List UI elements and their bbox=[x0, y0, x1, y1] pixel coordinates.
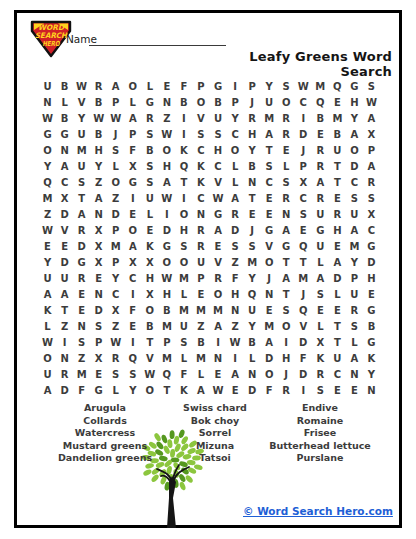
grid-cell[interactable]: U bbox=[209, 111, 226, 127]
grid-cell[interactable]: E bbox=[329, 95, 346, 111]
grid-cell[interactable]: T bbox=[73, 191, 90, 207]
grid-cell[interactable]: S bbox=[141, 127, 158, 143]
grid-cell[interactable]: V bbox=[295, 318, 312, 334]
grid-cell[interactable]: J bbox=[107, 127, 124, 143]
grid-cell[interactable]: K bbox=[363, 350, 380, 366]
grid-cell[interactable]: Z bbox=[73, 350, 90, 366]
grid-cell[interactable]: T bbox=[244, 191, 261, 207]
grid-cell[interactable]: R bbox=[141, 111, 158, 127]
grid-cell[interactable]: C bbox=[124, 270, 141, 286]
grid-cell[interactable]: T bbox=[295, 254, 312, 270]
grid-cell[interactable]: P bbox=[107, 223, 124, 239]
grid-cell[interactable]: I bbox=[124, 334, 141, 350]
grid-cell[interactable]: E bbox=[329, 382, 346, 398]
grid-cell[interactable]: C bbox=[192, 191, 209, 207]
grid-cell[interactable]: R bbox=[227, 207, 244, 223]
grid-cell[interactable]: Y bbox=[261, 79, 278, 95]
grid-cell[interactable]: A bbox=[124, 111, 141, 127]
grid-cell[interactable]: W bbox=[90, 111, 107, 127]
grid-cell[interactable]: P bbox=[192, 270, 209, 286]
grid-cell[interactable]: I bbox=[56, 334, 73, 350]
grid-cell[interactable]: A bbox=[261, 334, 278, 350]
grid-cell[interactable]: A bbox=[192, 382, 209, 398]
grid-cell[interactable]: T bbox=[56, 302, 73, 318]
grid-cell[interactable]: B bbox=[329, 127, 346, 143]
grid-cell[interactable]: Y bbox=[244, 270, 261, 286]
grid-cell[interactable]: G bbox=[90, 382, 107, 398]
grid-cell[interactable]: I bbox=[209, 334, 226, 350]
grid-cell[interactable]: G bbox=[124, 175, 141, 191]
grid-cell[interactable]: I bbox=[295, 382, 312, 398]
grid-cell[interactable]: R bbox=[312, 191, 329, 207]
grid-cell[interactable]: M bbox=[175, 270, 192, 286]
grid-cell[interactable]: Y bbox=[244, 318, 261, 334]
grid-cell[interactable]: A bbox=[158, 175, 175, 191]
grid-cell[interactable]: S bbox=[346, 191, 363, 207]
grid-cell[interactable]: M bbox=[346, 238, 363, 254]
grid-cell[interactable]: U bbox=[175, 318, 192, 334]
grid-cell[interactable]: M bbox=[261, 111, 278, 127]
grid-cell[interactable]: Z bbox=[39, 207, 56, 223]
grid-cell[interactable]: S bbox=[107, 366, 124, 382]
grid-cell[interactable]: R bbox=[56, 366, 73, 382]
grid-cell[interactable]: N bbox=[209, 350, 226, 366]
grid-cell[interactable]: G bbox=[346, 79, 363, 95]
grid-cell[interactable]: D bbox=[56, 207, 73, 223]
grid-cell[interactable]: D bbox=[227, 223, 244, 239]
grid-cell[interactable]: T bbox=[278, 286, 295, 302]
grid-cell[interactable]: S bbox=[312, 286, 329, 302]
grid-cell[interactable]: G bbox=[209, 79, 226, 95]
grid-cell[interactable]: P bbox=[244, 79, 261, 95]
grid-cell[interactable]: Y bbox=[39, 159, 56, 175]
grid-cell[interactable]: Q bbox=[39, 175, 56, 191]
grid-cell[interactable]: D bbox=[329, 270, 346, 286]
grid-cell[interactable]: E bbox=[90, 366, 107, 382]
grid-cell[interactable]: O bbox=[175, 207, 192, 223]
grid-cell[interactable]: P bbox=[346, 270, 363, 286]
grid-cell[interactable]: P bbox=[192, 79, 209, 95]
grid-cell[interactable]: J bbox=[295, 143, 312, 159]
grid-cell[interactable]: N bbox=[261, 286, 278, 302]
grid-cell[interactable]: Q bbox=[295, 302, 312, 318]
grid-cell[interactable]: M bbox=[158, 318, 175, 334]
grid-cell[interactable]: L bbox=[227, 175, 244, 191]
grid-cell[interactable]: B bbox=[90, 95, 107, 111]
grid-cell[interactable]: E bbox=[56, 238, 73, 254]
grid-cell[interactable]: V bbox=[209, 175, 226, 191]
grid-cell[interactable]: O bbox=[278, 318, 295, 334]
grid-cell[interactable]: W bbox=[158, 270, 175, 286]
grid-cell[interactable]: A bbox=[278, 270, 295, 286]
grid-cell[interactable]: C bbox=[295, 95, 312, 111]
grid-cell[interactable]: A bbox=[261, 127, 278, 143]
grid-cell[interactable]: I bbox=[227, 350, 244, 366]
grid-cell[interactable]: L bbox=[124, 95, 141, 111]
grid-cell[interactable]: C bbox=[209, 159, 226, 175]
grid-cell[interactable]: M bbox=[312, 79, 329, 95]
grid-cell[interactable]: W bbox=[209, 191, 226, 207]
grid-cell[interactable]: O bbox=[141, 382, 158, 398]
grid-cell[interactable]: G bbox=[141, 95, 158, 111]
grid-cell[interactable]: D bbox=[295, 366, 312, 382]
grid-cell[interactable]: D bbox=[158, 223, 175, 239]
grid-cell[interactable]: L bbox=[141, 207, 158, 223]
grid-cell[interactable]: W bbox=[39, 334, 56, 350]
grid-cell[interactable]: V bbox=[192, 111, 209, 127]
grid-cell[interactable]: A bbox=[227, 191, 244, 207]
grid-cell[interactable]: P bbox=[363, 143, 380, 159]
grid-cell[interactable]: A bbox=[90, 191, 107, 207]
grid-cell[interactable]: C bbox=[192, 143, 209, 159]
grid-cell[interactable]: X bbox=[141, 286, 158, 302]
grid-cell[interactable]: Z bbox=[90, 175, 107, 191]
grid-cell[interactable]: C bbox=[227, 127, 244, 143]
grid-cell[interactable]: R bbox=[73, 270, 90, 286]
grid-cell[interactable]: V bbox=[56, 223, 73, 239]
grid-cell[interactable]: E bbox=[244, 207, 261, 223]
grid-cell[interactable]: T bbox=[141, 334, 158, 350]
grid-cell[interactable]: P bbox=[90, 334, 107, 350]
grid-cell[interactable]: W bbox=[107, 111, 124, 127]
grid-cell[interactable]: S bbox=[278, 79, 295, 95]
grid-cell[interactable]: S bbox=[312, 382, 329, 398]
grid-cell[interactable]: U bbox=[346, 207, 363, 223]
grid-cell[interactable]: U bbox=[56, 270, 73, 286]
grid-cell[interactable]: R bbox=[346, 302, 363, 318]
grid-cell[interactable]: A bbox=[312, 270, 329, 286]
grid-cell[interactable]: L bbox=[312, 254, 329, 270]
grid-cell[interactable]: G bbox=[363, 302, 380, 318]
grid-cell[interactable]: B bbox=[90, 127, 107, 143]
grid-cell[interactable]: R bbox=[312, 159, 329, 175]
grid-cell[interactable]: A bbox=[227, 366, 244, 382]
grid-cell[interactable]: L bbox=[192, 366, 209, 382]
grid-cell[interactable]: L bbox=[244, 350, 261, 366]
grid-cell[interactable]: N bbox=[90, 207, 107, 223]
grid-cell[interactable]: E bbox=[39, 238, 56, 254]
grid-cell[interactable]: B bbox=[141, 143, 158, 159]
grid-cell[interactable]: T bbox=[261, 143, 278, 159]
grid-cell[interactable]: Y bbox=[124, 382, 141, 398]
grid-cell[interactable]: E bbox=[329, 191, 346, 207]
grid-cell[interactable]: A bbox=[363, 111, 380, 127]
grid-cell[interactable]: A bbox=[56, 286, 73, 302]
grid-cell[interactable]: Y bbox=[107, 270, 124, 286]
grid-cell[interactable]: T bbox=[329, 175, 346, 191]
grid-cell[interactable]: E bbox=[312, 302, 329, 318]
grid-cell[interactable]: J bbox=[278, 366, 295, 382]
grid-cell[interactable]: Q bbox=[158, 366, 175, 382]
grid-cell[interactable]: E bbox=[346, 382, 363, 398]
grid-cell[interactable]: Q bbox=[175, 159, 192, 175]
grid-cell[interactable]: Z bbox=[56, 318, 73, 334]
grid-cell[interactable]: O bbox=[227, 143, 244, 159]
grid-cell[interactable]: P bbox=[158, 334, 175, 350]
grid-cell[interactable]: Y bbox=[363, 366, 380, 382]
grid-cell[interactable]: M bbox=[244, 254, 261, 270]
grid-cell[interactable]: W bbox=[73, 79, 90, 95]
grid-cell[interactable]: M bbox=[107, 238, 124, 254]
grid-cell[interactable]: A bbox=[209, 318, 226, 334]
grid-cell[interactable]: N bbox=[363, 382, 380, 398]
grid-cell[interactable]: E bbox=[227, 382, 244, 398]
grid-cell[interactable]: B bbox=[209, 95, 226, 111]
grid-cell[interactable]: D bbox=[295, 127, 312, 143]
grid-cell[interactable]: K bbox=[141, 238, 158, 254]
grid-cell[interactable]: G bbox=[73, 254, 90, 270]
grid-cell[interactable]: M bbox=[261, 318, 278, 334]
grid-cell[interactable]: O bbox=[261, 254, 278, 270]
grid-cell[interactable]: H bbox=[90, 143, 107, 159]
grid-cell[interactable]: B bbox=[56, 111, 73, 127]
grid-cell[interactable]: Z bbox=[192, 318, 209, 334]
grid-cell[interactable]: G bbox=[363, 334, 380, 350]
grid-cell[interactable]: B bbox=[141, 318, 158, 334]
grid-cell[interactable]: O bbox=[278, 95, 295, 111]
grid-cell[interactable]: U bbox=[39, 79, 56, 95]
grid-cell[interactable]: W bbox=[295, 79, 312, 95]
grid-cell[interactable]: U bbox=[261, 95, 278, 111]
grid-cell[interactable]: E bbox=[192, 286, 209, 302]
grid-cell[interactable]: B bbox=[312, 111, 329, 127]
grid-cell[interactable]: E bbox=[73, 302, 90, 318]
grid-cell[interactable]: K bbox=[192, 175, 209, 191]
grid-cell[interactable]: H bbox=[141, 270, 158, 286]
grid-cell[interactable]: X bbox=[90, 350, 107, 366]
grid-cell[interactable]: W bbox=[39, 223, 56, 239]
grid-cell[interactable]: Z bbox=[227, 318, 244, 334]
grid-cell[interactable]: K bbox=[175, 143, 192, 159]
grid-cell[interactable]: H bbox=[278, 350, 295, 366]
grid-cell[interactable]: S bbox=[73, 175, 90, 191]
grid-cell[interactable]: S bbox=[261, 159, 278, 175]
grid-cell[interactable]: U bbox=[346, 286, 363, 302]
grid-cell[interactable]: E bbox=[141, 223, 158, 239]
grid-cell[interactable]: S bbox=[209, 127, 226, 143]
grid-cell[interactable]: G bbox=[158, 238, 175, 254]
grid-cell[interactable]: U bbox=[39, 270, 56, 286]
grid-cell[interactable]: I bbox=[295, 111, 312, 127]
grid-cell[interactable]: X bbox=[363, 127, 380, 143]
grid-cell[interactable]: A bbox=[39, 286, 56, 302]
grid-cell[interactable]: C bbox=[295, 191, 312, 207]
grid-cell[interactable]: I bbox=[158, 207, 175, 223]
grid-cell[interactable]: O bbox=[39, 350, 56, 366]
grid-cell[interactable]: R bbox=[363, 175, 380, 191]
grid-cell[interactable]: F bbox=[261, 382, 278, 398]
grid-cell[interactable]: Z bbox=[227, 254, 244, 270]
grid-cell[interactable]: X bbox=[90, 238, 107, 254]
grid-cell[interactable]: W bbox=[141, 366, 158, 382]
grid-cell[interactable]: I bbox=[124, 286, 141, 302]
grid-cell[interactable]: H bbox=[158, 286, 175, 302]
grid-cell[interactable]: E bbox=[363, 286, 380, 302]
grid-cell[interactable]: D bbox=[363, 254, 380, 270]
grid-cell[interactable]: G bbox=[312, 223, 329, 239]
grid-cell[interactable]: L bbox=[175, 350, 192, 366]
grid-cell[interactable]: S bbox=[278, 175, 295, 191]
grid-cell[interactable]: N bbox=[278, 207, 295, 223]
grid-cell[interactable]: G bbox=[56, 127, 73, 143]
grid-cell[interactable]: J bbox=[295, 286, 312, 302]
grid-cell[interactable]: H bbox=[158, 159, 175, 175]
grid-cell[interactable]: O bbox=[209, 286, 226, 302]
grid-cell[interactable]: D bbox=[107, 207, 124, 223]
grid-cell[interactable]: S bbox=[141, 159, 158, 175]
grid-cell[interactable]: J bbox=[244, 95, 261, 111]
grid-cell[interactable]: T bbox=[329, 334, 346, 350]
grid-cell[interactable]: G bbox=[261, 223, 278, 239]
grid-cell[interactable]: X bbox=[124, 159, 141, 175]
grid-cell[interactable]: N bbox=[56, 143, 73, 159]
grid-cell[interactable]: Q bbox=[312, 95, 329, 111]
grid-cell[interactable]: U bbox=[73, 159, 90, 175]
grid-cell[interactable]: H bbox=[244, 127, 261, 143]
grid-cell[interactable]: G bbox=[363, 238, 380, 254]
grid-cell[interactable]: B bbox=[363, 318, 380, 334]
grid-cell[interactable]: P bbox=[107, 95, 124, 111]
grid-cell[interactable]: S bbox=[244, 238, 261, 254]
grid-cell[interactable]: M bbox=[73, 143, 90, 159]
grid-cell[interactable]: H bbox=[346, 95, 363, 111]
grid-cell[interactable]: E bbox=[124, 207, 141, 223]
grid-cell[interactable]: A bbox=[124, 238, 141, 254]
grid-cell[interactable]: D bbox=[244, 382, 261, 398]
grid-cell[interactable]: N bbox=[244, 175, 261, 191]
grid-cell[interactable]: Y bbox=[244, 143, 261, 159]
grid-cell[interactable]: A bbox=[346, 350, 363, 366]
grid-cell[interactable]: L bbox=[39, 318, 56, 334]
grid-cell[interactable]: L bbox=[141, 79, 158, 95]
grid-cell[interactable]: N bbox=[73, 318, 90, 334]
grid-cell[interactable]: Q bbox=[295, 238, 312, 254]
grid-cell[interactable]: C bbox=[56, 175, 73, 191]
grid-cell[interactable]: X bbox=[295, 175, 312, 191]
grid-cell[interactable]: G bbox=[278, 238, 295, 254]
grid-cell[interactable]: U bbox=[73, 127, 90, 143]
grid-cell[interactable]: U bbox=[192, 254, 209, 270]
grid-cell[interactable]: F bbox=[175, 366, 192, 382]
grid-cell[interactable]: W bbox=[39, 111, 56, 127]
grid-cell[interactable]: S bbox=[73, 334, 90, 350]
grid-cell[interactable]: M bbox=[295, 270, 312, 286]
grid-cell[interactable]: Y bbox=[346, 254, 363, 270]
grid-cell[interactable]: M bbox=[39, 191, 56, 207]
grid-cell[interactable]: W bbox=[107, 334, 124, 350]
grid-cell[interactable]: E bbox=[312, 127, 329, 143]
grid-cell[interactable]: A bbox=[209, 223, 226, 239]
grid-cell[interactable]: F bbox=[73, 382, 90, 398]
grid-cell[interactable]: S bbox=[363, 79, 380, 95]
grid-cell[interactable]: M bbox=[175, 302, 192, 318]
grid-cell[interactable]: B bbox=[175, 95, 192, 111]
grid-cell[interactable]: V bbox=[73, 95, 90, 111]
grid-cell[interactable]: V bbox=[141, 350, 158, 366]
grid-cell[interactable]: H bbox=[227, 286, 244, 302]
grid-cell[interactable]: E bbox=[209, 366, 226, 382]
grid-cell[interactable]: C bbox=[363, 223, 380, 239]
grid-cell[interactable]: N bbox=[244, 366, 261, 382]
grid-cell[interactable]: L bbox=[312, 318, 329, 334]
grid-cell[interactable]: R bbox=[312, 143, 329, 159]
grid-cell[interactable]: S bbox=[141, 175, 158, 191]
grid-cell[interactable]: U bbox=[244, 302, 261, 318]
grid-cell[interactable]: R bbox=[278, 382, 295, 398]
grid-cell[interactable]: C bbox=[261, 175, 278, 191]
grid-cell[interactable]: S bbox=[175, 334, 192, 350]
grid-cell[interactable]: K bbox=[39, 302, 56, 318]
grid-cell[interactable]: H bbox=[363, 270, 380, 286]
grid-cell[interactable]: U bbox=[141, 191, 158, 207]
grid-cell[interactable]: H bbox=[209, 143, 226, 159]
grid-cell[interactable]: N bbox=[90, 286, 107, 302]
grid-cell[interactable]: V bbox=[209, 254, 226, 270]
grid-cell[interactable]: T bbox=[158, 382, 175, 398]
grid-cell[interactable]: H bbox=[329, 223, 346, 239]
grid-cell[interactable]: P bbox=[227, 95, 244, 111]
grid-cell[interactable]: D bbox=[56, 254, 73, 270]
grid-cell[interactable]: Y bbox=[227, 111, 244, 127]
grid-cell[interactable]: E bbox=[73, 286, 90, 302]
grid-cell[interactable]: S bbox=[90, 318, 107, 334]
grid-cell[interactable]: G bbox=[39, 127, 56, 143]
grid-cell[interactable]: L bbox=[56, 95, 73, 111]
grid-cell[interactable]: M bbox=[329, 111, 346, 127]
grid-cell[interactable]: A bbox=[312, 175, 329, 191]
grid-cell[interactable]: I bbox=[227, 79, 244, 95]
grid-cell[interactable]: K bbox=[192, 159, 209, 175]
grid-cell[interactable]: W bbox=[158, 191, 175, 207]
grid-cell[interactable]: Q bbox=[124, 350, 141, 366]
grid-cell[interactable]: M bbox=[158, 350, 175, 366]
grid-cell[interactable]: X bbox=[124, 254, 141, 270]
grid-cell[interactable]: L bbox=[107, 159, 124, 175]
grid-cell[interactable]: L bbox=[227, 159, 244, 175]
grid-cell[interactable]: S bbox=[278, 302, 295, 318]
grid-cell[interactable]: A bbox=[329, 254, 346, 270]
grid-cell[interactable]: Z bbox=[107, 318, 124, 334]
grid-cell[interactable]: B bbox=[56, 79, 73, 95]
grid-cell[interactable]: P bbox=[295, 159, 312, 175]
grid-cell[interactable]: K bbox=[312, 350, 329, 366]
grid-cell[interactable]: N bbox=[158, 95, 175, 111]
grid-cell[interactable]: L bbox=[175, 286, 192, 302]
grid-cell[interactable]: R bbox=[312, 366, 329, 382]
grid-cell[interactable]: Y bbox=[346, 111, 363, 127]
grid-cell[interactable]: S bbox=[227, 238, 244, 254]
grid-cell[interactable]: A bbox=[39, 382, 56, 398]
grid-cell[interactable]: K bbox=[175, 382, 192, 398]
grid-cell[interactable]: X bbox=[312, 334, 329, 350]
grid-cell[interactable]: O bbox=[192, 95, 209, 111]
grid-cell[interactable]: L bbox=[278, 159, 295, 175]
grid-cell[interactable]: R bbox=[107, 350, 124, 366]
grid-cell[interactable]: F bbox=[124, 143, 141, 159]
grid-cell[interactable]: F bbox=[295, 350, 312, 366]
grid-cell[interactable]: H bbox=[175, 223, 192, 239]
grid-cell[interactable]: I bbox=[175, 111, 192, 127]
grid-cell[interactable]: E bbox=[278, 143, 295, 159]
grid-cell[interactable]: S bbox=[295, 207, 312, 223]
grid-cell[interactable]: E bbox=[329, 238, 346, 254]
grid-cell[interactable]: D bbox=[56, 382, 73, 398]
grid-cell[interactable]: I bbox=[124, 191, 141, 207]
grid-cell[interactable]: D bbox=[73, 238, 90, 254]
grid-cell[interactable]: S bbox=[346, 318, 363, 334]
grid-cell[interactable]: S bbox=[363, 191, 380, 207]
grid-cell[interactable]: M bbox=[209, 302, 226, 318]
